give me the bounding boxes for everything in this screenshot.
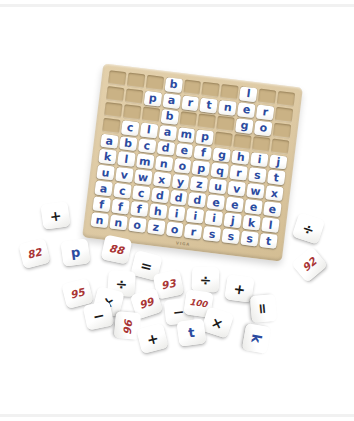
board-cell: l (239, 86, 257, 102)
scattered-tile-88[interactable]: 88 (101, 234, 133, 264)
letter-tile-i[interactable]: i (205, 210, 223, 226)
letter-tile-u[interactable]: u (96, 165, 114, 181)
board-cell (104, 102, 122, 118)
board-cell: n (109, 215, 127, 231)
letter-tile-k[interactable]: k (242, 215, 260, 231)
letter-tile-h[interactable]: h (231, 149, 249, 165)
letter-tile-n[interactable]: n (219, 100, 237, 116)
board-cell: t (259, 233, 277, 249)
letter-tile-p[interactable]: p (192, 161, 210, 177)
board-cell: j (269, 154, 287, 170)
photo-edge-top (0, 4, 354, 7)
board-cell: g (213, 147, 231, 163)
tile-glyph: = (139, 257, 154, 273)
board-cell (106, 86, 124, 102)
board-cell: w (134, 169, 152, 185)
board-cell: o (173, 158, 191, 174)
scattered-tile-82[interactable]: 82 (18, 238, 50, 269)
board-grid: blpartnerbgoclampabcdefghijklmnopqrstuvw… (90, 70, 295, 249)
letter-tile-c[interactable]: c (113, 183, 131, 199)
letter-tile-z[interactable]: z (190, 176, 208, 192)
tile-glyph: ÷ (199, 272, 211, 286)
board-cell (145, 75, 163, 91)
letter-tile-n[interactable]: n (109, 215, 127, 231)
letter-tile-l[interactable]: l (239, 86, 257, 102)
letter-tile-w[interactable]: w (246, 183, 264, 199)
letter-tile-g[interactable]: g (235, 118, 253, 134)
letter-tile-i[interactable]: i (186, 208, 204, 224)
scattered-tile-−[interactable]: − (83, 300, 115, 330)
board-cell: c (132, 185, 150, 201)
product-photo: blpartnerbgoclampabcdefghijklmnopqrstuvw… (0, 0, 354, 421)
board-cell: o (254, 120, 272, 136)
letter-tile-e[interactable]: e (207, 194, 225, 210)
board-cell: f (92, 196, 110, 212)
board-cell: r (181, 95, 199, 111)
letter-tile-e[interactable]: e (175, 143, 193, 159)
board-cell (142, 106, 160, 122)
board-cell (198, 113, 216, 129)
letter-tile-l[interactable]: l (140, 122, 158, 138)
board-cell: o (166, 221, 184, 237)
letter-tile-a[interactable]: a (162, 93, 180, 109)
tile-glyph: 95 (69, 287, 86, 301)
letter-tile-c[interactable]: c (121, 120, 139, 136)
board-cell: d (151, 188, 169, 204)
letter-tile-p[interactable]: p (144, 91, 162, 107)
letter-tile-s[interactable]: s (222, 228, 240, 244)
board-cell: a (162, 93, 180, 109)
board-cell (202, 82, 220, 98)
board-cell (233, 134, 251, 150)
board-cell: e (226, 197, 244, 213)
board-cell: b (164, 77, 182, 93)
letter-tile-b[interactable]: b (119, 136, 137, 152)
letter-tile-i[interactable]: i (167, 206, 185, 222)
letter-tile-h[interactable]: h (149, 203, 167, 219)
board-cell: t (267, 170, 285, 186)
tile-glyph: + (49, 208, 63, 223)
scattered-tile-+[interactable]: + (40, 201, 70, 230)
letter-tile-n[interactable]: n (90, 212, 108, 228)
board-cell: e (207, 194, 225, 210)
letter-tile-o[interactable]: o (173, 158, 191, 174)
letter-tile-v[interactable]: v (228, 181, 246, 197)
board-cell: e (244, 199, 262, 215)
board-cell: b (119, 136, 137, 152)
board-cell: f (130, 201, 148, 217)
letter-tile-b[interactable]: b (164, 77, 182, 93)
tile-glyph: × (210, 314, 225, 331)
letter-tile-l[interactable]: l (261, 217, 279, 233)
board-cell: d (188, 192, 206, 208)
board-cell: n (155, 156, 173, 172)
tile-glyph: + (233, 281, 247, 296)
letter-tile-b[interactable]: b (160, 109, 178, 125)
board-cell: i (167, 206, 185, 222)
tile-glyph: + (145, 330, 160, 346)
board-cell: r (230, 165, 248, 181)
photo-edge-bottom (0, 414, 354, 417)
letter-tile-r[interactable]: r (256, 104, 274, 120)
board-cell: k (242, 215, 260, 231)
board-cell: i (205, 210, 223, 226)
letter-board: blpartnerbgoclampabcdefghijklmnopqrstuvw… (82, 63, 303, 261)
tile-glyph: ÷ (301, 220, 316, 237)
board-cell: d (156, 140, 174, 156)
board-cell: a (100, 133, 118, 149)
letter-tile-t[interactable]: t (267, 170, 285, 186)
tile-glyph: 99 (138, 296, 155, 311)
board-cell: s (222, 228, 240, 244)
board-cell: l (117, 151, 135, 167)
tile-glyph: = (256, 302, 271, 315)
tile-glyph: 100 (189, 298, 208, 309)
tile-glyph: p (70, 245, 81, 259)
letter-tile-r[interactable]: r (181, 95, 199, 111)
board-cell: h (231, 149, 249, 165)
letter-tile-t[interactable]: t (259, 233, 277, 249)
board-cell: e (263, 201, 281, 217)
letter-tile-d[interactable]: d (169, 190, 187, 206)
tile-glyph: k (249, 333, 263, 344)
scattered-tile-÷[interactable]: ÷ (292, 212, 325, 244)
letter-tile-o[interactable]: o (166, 221, 184, 237)
letter-tile-t[interactable]: t (200, 97, 218, 113)
board-cell: d (169, 190, 187, 206)
letter-tile-m[interactable]: m (177, 127, 195, 143)
board-cell (215, 131, 233, 147)
letter-tile-s[interactable]: s (203, 226, 221, 242)
board-cell: f (111, 199, 129, 215)
letter-tile-s[interactable]: s (248, 168, 266, 184)
board-cell: i (250, 152, 268, 168)
letter-tile-f[interactable]: f (194, 145, 212, 161)
letter-tile-r[interactable]: r (230, 165, 248, 181)
letter-tile-d[interactable]: d (188, 192, 206, 208)
letter-tile-a[interactable]: a (158, 124, 176, 140)
board-cell: k (98, 149, 116, 165)
letter-tile-o[interactable]: o (128, 217, 146, 233)
letter-tile-f[interactable]: f (111, 199, 129, 215)
tile-glyph: − (91, 307, 105, 323)
letter-tile-v[interactable]: v (115, 167, 133, 183)
board-cell (252, 136, 270, 152)
board-cell: p (196, 129, 214, 145)
board-cell: l (140, 122, 158, 138)
letter-tile-x[interactable]: x (265, 186, 283, 202)
board-cell: s (248, 168, 266, 184)
board-cell: g (235, 118, 253, 134)
board-cell: l (261, 217, 279, 233)
board-cell: i (186, 208, 204, 224)
letter-tile-f[interactable]: f (92, 196, 110, 212)
letter-tile-z[interactable]: z (147, 219, 165, 235)
letter-tile-e[interactable]: e (226, 197, 244, 213)
tile-glyph: − (172, 304, 185, 319)
board-cell (273, 123, 291, 139)
letter-tile-e[interactable]: e (263, 201, 281, 217)
letter-tile-a[interactable]: a (100, 133, 118, 149)
letter-tile-j[interactable]: j (224, 213, 242, 229)
board-cell: z (190, 176, 208, 192)
letter-tile-e[interactable]: e (244, 199, 262, 215)
board-cell (123, 104, 141, 120)
board-cell (127, 73, 145, 89)
board-cell: c (121, 120, 139, 136)
letter-tile-d[interactable]: d (156, 140, 174, 156)
board-cell: s (241, 231, 259, 247)
letter-tile-i[interactable]: i (250, 152, 268, 168)
scattered-tile-×[interactable]: × (201, 306, 234, 338)
scattered-tile-k[interactable]: k (242, 323, 271, 354)
scattered-tile-p[interactable]: p (60, 238, 90, 267)
letter-tile-c[interactable]: c (132, 185, 150, 201)
letter-tile-l[interactable]: l (117, 151, 135, 167)
board-cell: m (177, 127, 195, 143)
board-cell: c (113, 183, 131, 199)
board-cell: p (192, 161, 210, 177)
board-cell (275, 107, 293, 123)
scattered-tile-t[interactable]: t (176, 318, 206, 347)
letter-tile-r[interactable]: r (184, 224, 202, 240)
board-cell: p (144, 91, 162, 107)
board-cell (183, 79, 201, 95)
board-cell (125, 88, 143, 104)
board-cell: m (136, 154, 154, 170)
board-cell: z (147, 219, 165, 235)
board-cell (102, 118, 120, 134)
scattered-tile-+[interactable]: + (136, 323, 168, 354)
board-cell: b (160, 109, 178, 125)
scattered-tile-=[interactable]: = (250, 294, 277, 323)
board-cell: q (211, 163, 229, 179)
board-cell: v (115, 167, 133, 183)
letter-tile-w[interactable]: w (134, 169, 152, 185)
board-cell: r (184, 224, 202, 240)
scattered-tile-÷[interactable]: ÷ (192, 267, 220, 293)
board-cell: a (94, 181, 112, 197)
tile-glyph: 82 (26, 247, 43, 261)
letter-tile-n[interactable]: n (155, 156, 173, 172)
board-cell (179, 111, 197, 127)
board-cell: w (246, 183, 264, 199)
board-cell: t (200, 97, 218, 113)
brand-logo: VIGA (175, 240, 190, 246)
tile-glyph: 96 (122, 318, 134, 333)
tile-glyph: t (188, 326, 196, 340)
letter-tile-a[interactable]: a (94, 181, 112, 197)
letter-tile-j[interactable]: j (269, 154, 287, 170)
letter-tile-d[interactable]: d (151, 188, 169, 204)
board-cell: f (194, 145, 212, 161)
tile-glyph: 88 (108, 243, 124, 256)
letter-tile-q[interactable]: q (211, 163, 229, 179)
letter-tile-g[interactable]: g (213, 147, 231, 163)
board-cell (217, 116, 235, 132)
letter-tile-e[interactable]: e (237, 102, 255, 118)
board-cell: e (237, 102, 255, 118)
board-cell (277, 91, 295, 107)
board-cell: h (149, 203, 167, 219)
board-cell: u (209, 179, 227, 195)
letter-tile-c[interactable]: c (138, 138, 156, 154)
board-cell: a (158, 124, 176, 140)
letter-tile-o[interactable]: o (254, 120, 272, 136)
board-cell: y (171, 174, 189, 190)
letter-tile-x[interactable]: x (153, 172, 171, 188)
letter-tile-f[interactable]: f (130, 201, 148, 217)
letter-tile-y[interactable]: y (171, 174, 189, 190)
board-cell: n (90, 212, 108, 228)
board-cell (258, 89, 276, 105)
letter-tile-s[interactable]: s (241, 231, 259, 247)
board-cell (108, 70, 126, 86)
tile-glyph: ÷ (115, 276, 128, 291)
board-cell (220, 84, 238, 100)
board-cell: e (175, 143, 193, 159)
board-cell: r (256, 104, 274, 120)
board-cell (271, 138, 289, 154)
letter-tile-m[interactable]: m (136, 154, 154, 170)
letter-tile-u[interactable]: u (209, 179, 227, 195)
letter-tile-k[interactable]: k (98, 149, 116, 165)
board-cell: j (224, 213, 242, 229)
board-cell: s (203, 226, 221, 242)
board-cell: n (219, 100, 237, 116)
tile-glyph: 93 (160, 278, 176, 291)
board-cell: c (138, 138, 156, 154)
letter-tile-p[interactable]: p (196, 129, 214, 145)
board-cell: v (228, 181, 246, 197)
tile-glyph: 92 (301, 256, 319, 273)
board-cell: u (96, 165, 114, 181)
scattered-tile-92[interactable]: 92 (291, 246, 328, 283)
board-cell: o (128, 217, 146, 233)
board-cell: x (153, 172, 171, 188)
board-cell: x (265, 186, 283, 202)
